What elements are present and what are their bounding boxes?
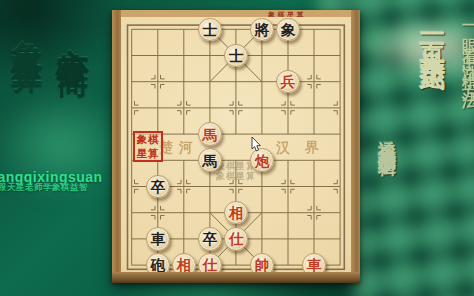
piece-black-elephant[interactable]: 象 [276, 18, 300, 42]
piece-glyph: 炮 [255, 150, 270, 171]
piece-red-horse[interactable]: 馬 [198, 122, 222, 146]
piece-black-advisor[interactable]: 士 [198, 18, 222, 42]
piece-glyph: 士 [229, 45, 244, 66]
episode-subline: 透视象棋底层逻辑 [375, 126, 399, 146]
piece-black-general[interactable]: 將 [250, 18, 274, 42]
piece-red-cannon[interactable]: 炮 [250, 148, 274, 172]
piece-black-pawn[interactable]: 卒 [198, 227, 222, 251]
piece-layer[interactable]: 士將象士兵馬馬炮卒相車卒仕砲相仕帥車 [119, 16, 353, 278]
piece-glyph: 車 [151, 228, 166, 249]
brand-title-column-1: 象棋星算 [5, 16, 47, 44]
video-frame: 象棋星算 心算更简 iangqixingsuan 跟天星老师学象棋益智 一百三十… [0, 0, 474, 296]
piece-black-pawn[interactable]: 卒 [146, 175, 170, 199]
piece-black-horse[interactable]: 馬 [198, 148, 222, 172]
piece-red-advisor[interactable]: 仕 [224, 227, 248, 251]
piece-glyph: 士 [203, 19, 218, 40]
piece-red-pawn[interactable]: 兵 [276, 70, 300, 94]
piece-glyph: 馬 [203, 124, 218, 145]
piece-black-chariot[interactable]: 車 [146, 227, 170, 251]
board-surface[interactable]: 楚河 汉界 象棋星算 象棋星算 象棋 星算 士將象士兵馬馬炮卒相車卒仕砲相仕帥車 [121, 17, 351, 272]
piece-glyph: 馬 [203, 150, 218, 171]
piece-glyph: 仕 [229, 228, 244, 249]
brand-subtitle: 跟天星老师学象棋益智 [0, 182, 88, 194]
edge-caption: 一眼看出涨棋方法 [459, 16, 474, 88]
piece-glyph: 將 [255, 19, 270, 40]
piece-glyph: 卒 [203, 228, 218, 249]
board-bottom-rail [112, 272, 360, 283]
brand-title-column-2: 心算更简 [51, 22, 95, 46]
piece-red-elephant[interactable]: 相 [224, 201, 248, 225]
xiangqi-board[interactable]: 象棋星算 楚河 汉界 象棋星算 象棋星算 象棋 星算 士將象士兵馬馬炮卒相車卒仕… [112, 10, 360, 283]
piece-glyph: 卒 [151, 176, 166, 197]
episode-headline: 一百三十六杀法定式 [416, 20, 449, 47]
piece-black-advisor[interactable]: 士 [224, 44, 248, 68]
piece-glyph: 兵 [281, 71, 296, 92]
piece-glyph: 象 [281, 19, 296, 40]
piece-glyph: 相 [229, 202, 244, 223]
